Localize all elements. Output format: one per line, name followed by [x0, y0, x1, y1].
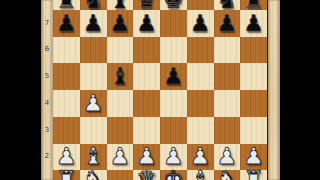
square-h4[interactable] — [240, 90, 267, 117]
black-pawn-a7[interactable]: ♟ — [56, 12, 77, 35]
square-f5[interactable] — [187, 63, 214, 90]
square-g1[interactable]: ♞ — [214, 170, 241, 180]
rank-label-7: 7 — [41, 19, 53, 28]
square-d1[interactable]: ♛ — [133, 170, 160, 180]
white-pawn-b4[interactable]: ♟ — [83, 92, 104, 115]
white-pawn-h2[interactable]: ♟ — [243, 145, 264, 168]
rank-label-4: 4 — [41, 99, 53, 108]
black-pawn-h7[interactable]: ♟ — [243, 12, 264, 35]
white-pawn-c2[interactable]: ♟ — [110, 145, 131, 168]
square-c5[interactable]: ♝ — [107, 63, 134, 90]
square-a4[interactable] — [53, 90, 80, 117]
square-c7[interactable]: ♟ — [107, 10, 134, 37]
square-e1[interactable]: ♚ — [160, 170, 187, 180]
square-d3[interactable] — [133, 117, 160, 144]
square-g3[interactable] — [214, 117, 241, 144]
square-b3[interactable] — [80, 117, 107, 144]
white-rook-h1[interactable]: ♜ — [243, 168, 264, 180]
rank-label-6: 6 — [41, 45, 53, 54]
white-knight-g1[interactable]: ♞ — [217, 168, 238, 180]
square-g6[interactable] — [214, 37, 241, 64]
board-frame-right — [267, 0, 280, 180]
square-d5[interactable] — [133, 63, 160, 90]
white-pawn-a2[interactable]: ♟ — [56, 145, 77, 168]
square-a1[interactable]: ♜ — [53, 170, 80, 180]
black-pawn-e5[interactable]: ♟ — [163, 65, 184, 88]
square-f4[interactable] — [187, 90, 214, 117]
square-e7[interactable] — [160, 10, 187, 37]
black-pawn-g7[interactable]: ♟ — [217, 12, 238, 35]
white-bishop-b2[interactable]: ♝ — [83, 145, 104, 168]
square-b4[interactable]: ♟ — [80, 90, 107, 117]
square-g5[interactable] — [214, 63, 241, 90]
square-c3[interactable] — [107, 117, 134, 144]
black-pawn-b7[interactable]: ♟ — [83, 12, 104, 35]
square-h7[interactable]: ♟ — [240, 10, 267, 37]
square-h8[interactable]: ♜ — [240, 0, 267, 10]
rank-label-2: 2 — [41, 152, 53, 161]
black-pawn-f7[interactable]: ♟ — [190, 12, 211, 35]
square-d7[interactable]: ♟ — [133, 10, 160, 37]
square-d6[interactable] — [133, 37, 160, 64]
white-pawn-f2[interactable]: ♟ — [190, 145, 211, 168]
square-b1[interactable]: ♞ — [80, 170, 107, 180]
chess-board: ♜♞♝♛♚♞♜♟♟♟♟♟♟♟♝♟♟♟♝♟♟♟♟♟♟♜♞♛♚♝♞♜ — [53, 0, 267, 180]
square-f7[interactable]: ♟ — [187, 10, 214, 37]
black-pawn-c7[interactable]: ♟ — [110, 12, 131, 35]
square-b5[interactable] — [80, 63, 107, 90]
square-c6[interactable] — [107, 37, 134, 64]
square-e6[interactable] — [160, 37, 187, 64]
white-pawn-d2[interactable]: ♟ — [136, 145, 157, 168]
square-h1[interactable]: ♜ — [240, 170, 267, 180]
square-b7[interactable]: ♟ — [80, 10, 107, 37]
square-a8[interactable]: ♜ — [53, 0, 80, 10]
rank-label-5: 5 — [41, 72, 53, 81]
white-queen-d1[interactable]: ♛ — [136, 168, 157, 180]
video-frame: 765432 ♜♞♝♛♚♞♜♟♟♟♟♟♟♟♝♟♟♟♝♟♟♟♟♟♟♜♞♛♚♝♞♜ — [0, 0, 320, 180]
square-h3[interactable] — [240, 117, 267, 144]
white-king-e1[interactable]: ♚ — [163, 168, 184, 180]
white-knight-b1[interactable]: ♞ — [83, 168, 104, 180]
square-b8[interactable]: ♞ — [80, 0, 107, 10]
square-b6[interactable] — [80, 37, 107, 64]
square-f3[interactable] — [187, 117, 214, 144]
square-f6[interactable] — [187, 37, 214, 64]
square-d8[interactable]: ♛ — [133, 0, 160, 10]
square-c4[interactable] — [107, 90, 134, 117]
square-e5[interactable]: ♟ — [160, 63, 187, 90]
square-h6[interactable] — [240, 37, 267, 64]
square-a6[interactable] — [53, 37, 80, 64]
square-g8[interactable]: ♞ — [214, 0, 241, 10]
square-a3[interactable] — [53, 117, 80, 144]
square-a5[interactable] — [53, 63, 80, 90]
white-rook-a1[interactable]: ♜ — [56, 168, 77, 180]
square-d4[interactable] — [133, 90, 160, 117]
square-h5[interactable] — [240, 63, 267, 90]
black-pawn-d7[interactable]: ♟ — [136, 12, 157, 35]
white-pawn-e2[interactable]: ♟ — [163, 145, 184, 168]
square-g4[interactable] — [214, 90, 241, 117]
square-f8[interactable] — [187, 0, 214, 10]
square-g7[interactable]: ♟ — [214, 10, 241, 37]
square-e8[interactable]: ♚ — [160, 0, 187, 10]
square-a7[interactable]: ♟ — [53, 10, 80, 37]
black-bishop-c5[interactable]: ♝ — [110, 65, 131, 88]
white-pawn-g2[interactable]: ♟ — [217, 145, 238, 168]
rank-label-3: 3 — [41, 126, 53, 135]
square-c8[interactable]: ♝ — [107, 0, 134, 10]
square-f1[interactable]: ♝ — [187, 170, 214, 180]
square-e3[interactable] — [160, 117, 187, 144]
square-e4[interactable] — [160, 90, 187, 117]
square-c1[interactable] — [107, 170, 134, 180]
white-bishop-f1[interactable]: ♝ — [190, 168, 211, 180]
square-c2[interactable]: ♟ — [107, 144, 134, 171]
